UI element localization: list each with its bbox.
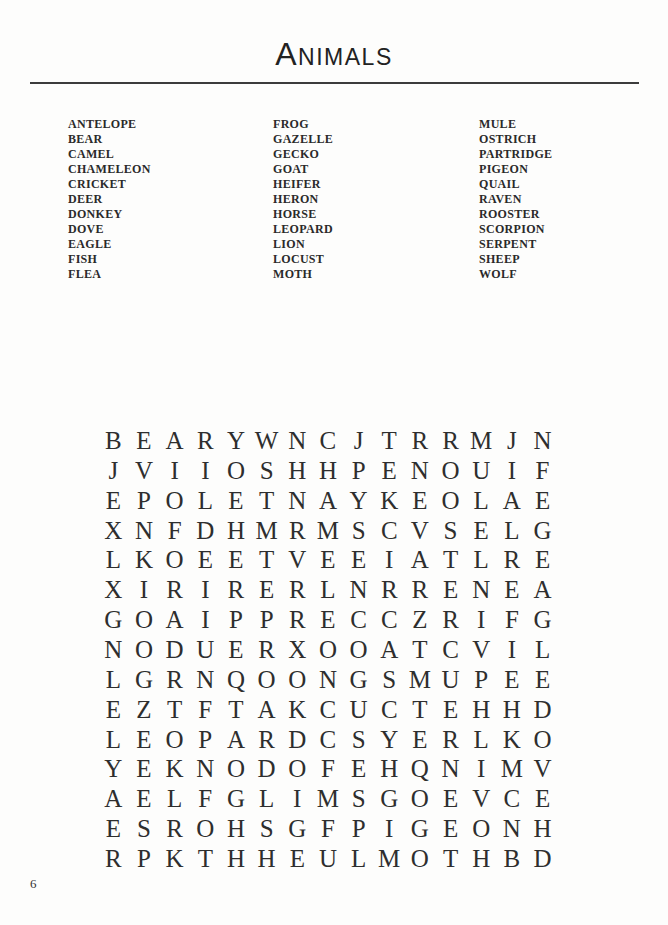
- grid-cell-r5c4[interactable]: E: [190, 545, 221, 575]
- grid-cell-r12c8[interactable]: F: [313, 754, 344, 784]
- grid-cell-r4c2[interactable]: N: [129, 516, 160, 546]
- grid-cell-r9c10[interactable]: S: [374, 665, 405, 695]
- grid-cell-r7c5[interactable]: P: [221, 605, 252, 635]
- grid-cell-r2c9[interactable]: P: [343, 456, 374, 486]
- grid-cell-r2c6[interactable]: S: [251, 456, 282, 486]
- grid-cell-r1c11[interactable]: R: [405, 426, 436, 456]
- word-list-item: SCORPION: [479, 222, 552, 237]
- grid-cell-r12c5[interactable]: O: [221, 754, 252, 784]
- grid-cell-r14c8[interactable]: F: [313, 814, 344, 844]
- grid-cell-r9c13[interactable]: P: [466, 665, 497, 695]
- grid-cell-r5c2[interactable]: K: [129, 545, 160, 575]
- grid-cell-r12c10[interactable]: H: [374, 754, 405, 784]
- grid-cell-r2c4[interactable]: I: [190, 456, 221, 486]
- word-list-item: EAGLE: [68, 237, 151, 252]
- word-list-item: RAVEN: [479, 192, 552, 207]
- grid-cell-r10c13[interactable]: H: [466, 695, 497, 725]
- word-list-item: PARTRIDGE: [479, 147, 552, 162]
- grid-cell-r7c14[interactable]: F: [497, 605, 528, 635]
- word-list-item: QUAIL: [479, 177, 552, 192]
- grid-cell-r3c4[interactable]: L: [190, 486, 221, 516]
- grid-cell-r11c15[interactable]: O: [527, 725, 558, 755]
- grid-cell-r11c5[interactable]: A: [221, 725, 252, 755]
- grid-cell-r10c15[interactable]: D: [527, 695, 558, 725]
- grid-cell-r13c11[interactable]: O: [405, 784, 436, 814]
- word-list-item: CHAMELEON: [68, 162, 151, 177]
- grid-cell-r11c2[interactable]: E: [129, 725, 160, 755]
- grid-cell-r14c14[interactable]: N: [497, 814, 528, 844]
- grid-cell-r15c2[interactable]: P: [129, 844, 160, 874]
- word-list-item: FLEA: [68, 267, 151, 282]
- grid-cell-r15c13[interactable]: H: [466, 844, 497, 874]
- grid-cell-r11c8[interactable]: C: [313, 725, 344, 755]
- word-list-item: HORSE: [273, 207, 333, 222]
- grid-cell-r6c6[interactable]: E: [251, 575, 282, 605]
- grid-cell-r15c15[interactable]: D: [527, 844, 558, 874]
- grid-cell-r15c6[interactable]: H: [251, 844, 282, 874]
- grid-cell-r12c11[interactable]: Q: [405, 754, 436, 784]
- page-title-rest: NIMALS: [298, 44, 393, 70]
- grid-cell-r6c10[interactable]: R: [374, 575, 405, 605]
- grid-cell-r10c1[interactable]: E: [98, 695, 129, 725]
- grid-cell-r4c4[interactable]: D: [190, 516, 221, 546]
- grid-cell-r3c3[interactable]: O: [159, 486, 190, 516]
- grid-cell-r7c6[interactable]: P: [251, 605, 282, 635]
- word-list-item: PIGEON: [479, 162, 552, 177]
- word-column-2: FROGGAZELLEGECKOGOATHEIFERHERONHORSELEOP…: [273, 117, 333, 282]
- word-list-item: ANTELOPE: [68, 117, 151, 132]
- grid-cell-r3c11[interactable]: E: [405, 486, 436, 516]
- grid-cell-r2c14[interactable]: I: [497, 456, 528, 486]
- word-list: ANTELOPEBEARCAMELCHAMELEONCRICKETDEERDON…: [0, 117, 668, 287]
- grid-cell-r1c12[interactable]: R: [435, 426, 466, 456]
- word-list-item: ROOSTER: [479, 207, 552, 222]
- grid-cell-r6c8[interactable]: L: [313, 575, 344, 605]
- grid-cell-r3c5[interactable]: E: [221, 486, 252, 516]
- grid-cell-r3c7[interactable]: N: [282, 486, 313, 516]
- word-list-item: SHEEP: [479, 252, 552, 267]
- grid-cell-r9c9[interactable]: G: [343, 665, 374, 695]
- grid-cell-r6c13[interactable]: N: [466, 575, 497, 605]
- grid-cell-r8c14[interactable]: I: [497, 635, 528, 665]
- grid-cell-r14c2[interactable]: S: [129, 814, 160, 844]
- grid-cell-r10c2[interactable]: Z: [129, 695, 160, 725]
- grid-cell-r9c2[interactable]: G: [129, 665, 160, 695]
- word-list-item: DOVE: [68, 222, 151, 237]
- grid-cell-r14c6[interactable]: S: [251, 814, 282, 844]
- grid-cell-r9c11[interactable]: M: [405, 665, 436, 695]
- grid-cell-r7c13[interactable]: I: [466, 605, 497, 635]
- grid-cell-r8c3[interactable]: D: [159, 635, 190, 665]
- grid-cell-r1c7[interactable]: N: [282, 426, 313, 456]
- grid-cell-r15c14[interactable]: B: [497, 844, 528, 874]
- grid-cell-r4c12[interactable]: S: [435, 516, 466, 546]
- grid-cell-r15c5[interactable]: H: [221, 844, 252, 874]
- word-column-3: MULEOSTRICHPARTRIDGEPIGEONQUAILRAVENROOS…: [479, 117, 552, 282]
- word-list-item: HERON: [273, 192, 333, 207]
- grid-cell-r11c14[interactable]: K: [497, 725, 528, 755]
- word-list-item: GAZELLE: [273, 132, 333, 147]
- grid-cell-r12c6[interactable]: D: [251, 754, 282, 784]
- grid-cell-r5c15[interactable]: E: [527, 545, 558, 575]
- grid-cell-r13c15[interactable]: E: [527, 784, 558, 814]
- grid-cell-r11c3[interactable]: O: [159, 725, 190, 755]
- grid-cell-r3c13[interactable]: L: [466, 486, 497, 516]
- grid-cell-r9c5[interactable]: Q: [221, 665, 252, 695]
- grid-cell-r14c3[interactable]: R: [159, 814, 190, 844]
- grid-cell-r9c12[interactable]: U: [435, 665, 466, 695]
- word-list-item: BEAR: [68, 132, 151, 147]
- grid-cell-r8c1[interactable]: N: [98, 635, 129, 665]
- grid-cell-r8c10[interactable]: A: [374, 635, 405, 665]
- grid-cell-r7c4[interactable]: I: [190, 605, 221, 635]
- grid-cell-r5c14[interactable]: R: [497, 545, 528, 575]
- grid-cell-r2c10[interactable]: E: [374, 456, 405, 486]
- grid-cell-r14c13[interactable]: O: [466, 814, 497, 844]
- grid-cell-r4c1[interactable]: X: [98, 516, 129, 546]
- grid-cell-r10c3[interactable]: T: [159, 695, 190, 725]
- grid-cell-r14c7[interactable]: G: [282, 814, 313, 844]
- grid-cell-r9c1[interactable]: L: [98, 665, 129, 695]
- grid-cell-r4c9[interactable]: S: [343, 516, 374, 546]
- grid-cell-r4c5[interactable]: H: [221, 516, 252, 546]
- grid-cell-r7c10[interactable]: C: [374, 605, 405, 635]
- grid-cell-r1c6[interactable]: W: [251, 426, 282, 456]
- word-list-item: SERPENT: [479, 237, 552, 252]
- grid-cell-r9c15[interactable]: E: [527, 665, 558, 695]
- grid-cell-r9c4[interactable]: N: [190, 665, 221, 695]
- grid-cell-r7c12[interactable]: R: [435, 605, 466, 635]
- grid-cell-r13c1[interactable]: A: [98, 784, 129, 814]
- grid-cell-r5c1[interactable]: L: [98, 545, 129, 575]
- grid-cell-r2c1[interactable]: J: [98, 456, 129, 486]
- grid-cell-r13c2[interactable]: E: [129, 784, 160, 814]
- word-column-1: ANTELOPEBEARCAMELCHAMELEONCRICKETDEERDON…: [68, 117, 151, 282]
- page-title: ANIMALS: [0, 38, 668, 70]
- grid-cell-r2c13[interactable]: U: [466, 456, 497, 486]
- grid-cell-r13c13[interactable]: V: [466, 784, 497, 814]
- grid-cell-r9c7[interactable]: O: [282, 665, 313, 695]
- grid-cell-r3c12[interactable]: O: [435, 486, 466, 516]
- grid-cell-r6c4[interactable]: I: [190, 575, 221, 605]
- grid-cell-r14c11[interactable]: G: [405, 814, 436, 844]
- grid-cell-r6c2[interactable]: I: [129, 575, 160, 605]
- word-list-item: CAMEL: [68, 147, 151, 162]
- grid-cell-r2c11[interactable]: N: [405, 456, 436, 486]
- grid-cell-r6c11[interactable]: R: [405, 575, 436, 605]
- grid-cell-r12c4[interactable]: N: [190, 754, 221, 784]
- grid-cell-r14c1[interactable]: E: [98, 814, 129, 844]
- grid-cell-r5c6[interactable]: T: [251, 545, 282, 575]
- grid-cell-r11c4[interactable]: P: [190, 725, 221, 755]
- grid-cell-r13c6[interactable]: L: [251, 784, 282, 814]
- grid-cell-r3c8[interactable]: A: [313, 486, 344, 516]
- grid-cell-r5c13[interactable]: L: [466, 545, 497, 575]
- grid-cell-r5c12[interactable]: T: [435, 545, 466, 575]
- grid-cell-r15c10[interactable]: M: [374, 844, 405, 874]
- grid-cell-r12c1[interactable]: Y: [98, 754, 129, 784]
- grid-cell-r9c14[interactable]: E: [497, 665, 528, 695]
- grid-cell-r2c7[interactable]: H: [282, 456, 313, 486]
- grid-cell-r11c12[interactable]: R: [435, 725, 466, 755]
- grid-cell-r2c12[interactable]: O: [435, 456, 466, 486]
- puzzle-page: ANIMALS ANTELOPEBEARCAMELCHAMELEONCRICKE…: [0, 0, 668, 925]
- word-list-item: FISH: [68, 252, 151, 267]
- grid-cell-r1c4[interactable]: R: [190, 426, 221, 456]
- grid-cell-r12c9[interactable]: E: [343, 754, 374, 784]
- grid-cell-r14c4[interactable]: O: [190, 814, 221, 844]
- grid-cell-r3c14[interactable]: A: [497, 486, 528, 516]
- grid-cell-r10c9[interactable]: U: [343, 695, 374, 725]
- grid-cell-r8c6[interactable]: R: [251, 635, 282, 665]
- grid-cell-r10c10[interactable]: C: [374, 695, 405, 725]
- grid-cell-r4c3[interactable]: F: [159, 516, 190, 546]
- grid-cell-r7c2[interactable]: O: [129, 605, 160, 635]
- grid-cell-r1c5[interactable]: Y: [221, 426, 252, 456]
- grid-cell-r11c9[interactable]: S: [343, 725, 374, 755]
- grid-cell-r8c5[interactable]: E: [221, 635, 252, 665]
- grid-cell-r3c15[interactable]: E: [527, 486, 558, 516]
- grid-cell-r10c14[interactable]: H: [497, 695, 528, 725]
- word-list-item: LEOPARD: [273, 222, 333, 237]
- grid-cell-r1c15[interactable]: N: [527, 426, 558, 456]
- grid-cell-r15c7[interactable]: E: [282, 844, 313, 874]
- grid-cell-r7c1[interactable]: G: [98, 605, 129, 635]
- grid-cell-r4c10[interactable]: C: [374, 516, 405, 546]
- grid-cell-r4c7[interactable]: R: [282, 516, 313, 546]
- grid-cell-r2c3[interactable]: I: [159, 456, 190, 486]
- grid-cell-r7c3[interactable]: A: [159, 605, 190, 635]
- grid-cell-r12c13[interactable]: I: [466, 754, 497, 784]
- grid-cell-r1c14[interactable]: J: [497, 426, 528, 456]
- grid-cell-r4c13[interactable]: E: [466, 516, 497, 546]
- grid-cell-r13c9[interactable]: S: [343, 784, 374, 814]
- grid-cell-r10c5[interactable]: T: [221, 695, 252, 725]
- grid-cell-r5c10[interactable]: I: [374, 545, 405, 575]
- word-list-item: WOLF: [479, 267, 552, 282]
- grid-cell-r13c8[interactable]: M: [313, 784, 344, 814]
- grid-cell-r13c4[interactable]: F: [190, 784, 221, 814]
- grid-cell-r11c6[interactable]: R: [251, 725, 282, 755]
- grid-cell-r2c2[interactable]: V: [129, 456, 160, 486]
- word-list-item: HEIFER: [273, 177, 333, 192]
- grid-cell-r1c10[interactable]: T: [374, 426, 405, 456]
- grid-cell-r6c7[interactable]: R: [282, 575, 313, 605]
- grid-cell-r1c2[interactable]: E: [129, 426, 160, 456]
- grid-cell-r12c3[interactable]: K: [159, 754, 190, 784]
- grid-cell-r7c9[interactable]: C: [343, 605, 374, 635]
- grid-cell-r11c13[interactable]: L: [466, 725, 497, 755]
- grid-cell-r5c7[interactable]: V: [282, 545, 313, 575]
- grid-cell-r13c10[interactable]: G: [374, 784, 405, 814]
- grid-cell-r13c7[interactable]: I: [282, 784, 313, 814]
- grid-cell-r10c6[interactable]: A: [251, 695, 282, 725]
- grid-cell-r3c10[interactable]: K: [374, 486, 405, 516]
- word-list-item: FROG: [273, 117, 333, 132]
- grid-cell-r10c11[interactable]: T: [405, 695, 436, 725]
- grid-cell-r7c8[interactable]: E: [313, 605, 344, 635]
- grid-cell-r13c3[interactable]: L: [159, 784, 190, 814]
- grid-cell-r2c15[interactable]: F: [527, 456, 558, 486]
- grid-cell-r1c1[interactable]: B: [98, 426, 129, 456]
- grid-cell-r12c7[interactable]: O: [282, 754, 313, 784]
- grid-cell-r15c12[interactable]: T: [435, 844, 466, 874]
- grid-cell-r10c12[interactable]: E: [435, 695, 466, 725]
- grid-cell-r5c3[interactable]: O: [159, 545, 190, 575]
- grid-cell-r3c2[interactable]: P: [129, 486, 160, 516]
- grid-cell-r15c8[interactable]: U: [313, 844, 344, 874]
- letter-grid: BEARYWNCJTRRMJNJVIIOSHHPENOUIFEPOLETNAYK…: [98, 426, 558, 874]
- grid-cell-r7c11[interactable]: Z: [405, 605, 436, 635]
- grid-cell-r14c15[interactable]: H: [527, 814, 558, 844]
- grid-cell-r1c9[interactable]: J: [343, 426, 374, 456]
- grid-cell-r13c12[interactable]: E: [435, 784, 466, 814]
- grid-cell-r9c3[interactable]: R: [159, 665, 190, 695]
- word-list-item: LOCUST: [273, 252, 333, 267]
- grid-cell-r6c1[interactable]: X: [98, 575, 129, 605]
- word-list-item: OSTRICH: [479, 132, 552, 147]
- grid-cell-r11c1[interactable]: L: [98, 725, 129, 755]
- grid-cell-r12c2[interactable]: E: [129, 754, 160, 784]
- grid-cell-r5c11[interactable]: A: [405, 545, 436, 575]
- grid-cell-r4c11[interactable]: V: [405, 516, 436, 546]
- grid-cell-r8c7[interactable]: X: [282, 635, 313, 665]
- grid-cell-r15c3[interactable]: K: [159, 844, 190, 874]
- page-title-initial: A: [275, 36, 298, 72]
- grid-cell-r15c1[interactable]: R: [98, 844, 129, 874]
- grid-cell-r7c15[interactable]: G: [527, 605, 558, 635]
- grid-cell-r12c12[interactable]: N: [435, 754, 466, 784]
- grid-cell-r12c15[interactable]: V: [527, 754, 558, 784]
- grid-cell-r10c4[interactable]: F: [190, 695, 221, 725]
- grid-cell-r14c9[interactable]: P: [343, 814, 374, 844]
- word-list-item: GOAT: [273, 162, 333, 177]
- word-list-item: DEER: [68, 192, 151, 207]
- word-list-item: DONKEY: [68, 207, 151, 222]
- grid-cell-r6c12[interactable]: E: [435, 575, 466, 605]
- grid-cell-r15c9[interactable]: L: [343, 844, 374, 874]
- grid-cell-r2c8[interactable]: H: [313, 456, 344, 486]
- grid-cell-r3c9[interactable]: Y: [343, 486, 374, 516]
- grid-cell-r5c9[interactable]: E: [343, 545, 374, 575]
- grid-cell-r8c9[interactable]: O: [343, 635, 374, 665]
- grid-cell-r6c5[interactable]: R: [221, 575, 252, 605]
- grid-cell-r12c14[interactable]: M: [497, 754, 528, 784]
- grid-cell-r8c11[interactable]: T: [405, 635, 436, 665]
- grid-cell-r9c8[interactable]: N: [313, 665, 344, 695]
- word-list-item: MOTH: [273, 267, 333, 282]
- grid-cell-r11c10[interactable]: Y: [374, 725, 405, 755]
- grid-cell-r4c15[interactable]: G: [527, 516, 558, 546]
- grid-cell-r13c5[interactable]: G: [221, 784, 252, 814]
- grid-cell-r6c15[interactable]: A: [527, 575, 558, 605]
- grid-cell-r3c6[interactable]: T: [251, 486, 282, 516]
- grid-cell-r14c5[interactable]: H: [221, 814, 252, 844]
- grid-cell-r7c7[interactable]: R: [282, 605, 313, 635]
- grid-cell-r5c8[interactable]: E: [313, 545, 344, 575]
- grid-cell-r5c5[interactable]: E: [221, 545, 252, 575]
- grid-cell-r15c4[interactable]: T: [190, 844, 221, 874]
- grid-cell-r1c3[interactable]: A: [159, 426, 190, 456]
- grid-cell-r9c6[interactable]: O: [251, 665, 282, 695]
- grid-cell-r6c14[interactable]: E: [497, 575, 528, 605]
- grid-cell-r6c3[interactable]: R: [159, 575, 190, 605]
- grid-cell-r4c8[interactable]: M: [313, 516, 344, 546]
- grid-cell-r11c7[interactable]: D: [282, 725, 313, 755]
- grid-cell-r8c13[interactable]: V: [466, 635, 497, 665]
- grid-cell-r8c12[interactable]: C: [435, 635, 466, 665]
- grid-cell-r8c2[interactable]: O: [129, 635, 160, 665]
- grid-cell-r11c11[interactable]: E: [405, 725, 436, 755]
- title-divider: [30, 82, 639, 84]
- grid-cell-r4c6[interactable]: M: [251, 516, 282, 546]
- grid-cell-r1c13[interactable]: M: [466, 426, 497, 456]
- word-list-item: LION: [273, 237, 333, 252]
- grid-cell-r14c12[interactable]: E: [435, 814, 466, 844]
- grid-cell-r10c8[interactable]: C: [313, 695, 344, 725]
- grid-cell-r8c4[interactable]: U: [190, 635, 221, 665]
- grid-cell-r14c10[interactable]: I: [374, 814, 405, 844]
- word-list-item: MULE: [479, 117, 552, 132]
- grid-cell-r1c8[interactable]: C: [313, 426, 344, 456]
- word-list-item: GECKO: [273, 147, 333, 162]
- page-number: 6: [30, 876, 37, 892]
- grid-cell-r2c5[interactable]: O: [221, 456, 252, 486]
- grid-cell-r3c1[interactable]: E: [98, 486, 129, 516]
- grid-cell-r4c14[interactable]: L: [497, 516, 528, 546]
- grid-cell-r15c11[interactable]: O: [405, 844, 436, 874]
- grid-cell-r6c9[interactable]: N: [343, 575, 374, 605]
- grid-cell-r10c7[interactable]: K: [282, 695, 313, 725]
- grid-cell-r13c14[interactable]: C: [497, 784, 528, 814]
- word-list-item: CRICKET: [68, 177, 151, 192]
- grid-cell-r8c15[interactable]: L: [527, 635, 558, 665]
- grid-cell-r8c8[interactable]: O: [313, 635, 344, 665]
